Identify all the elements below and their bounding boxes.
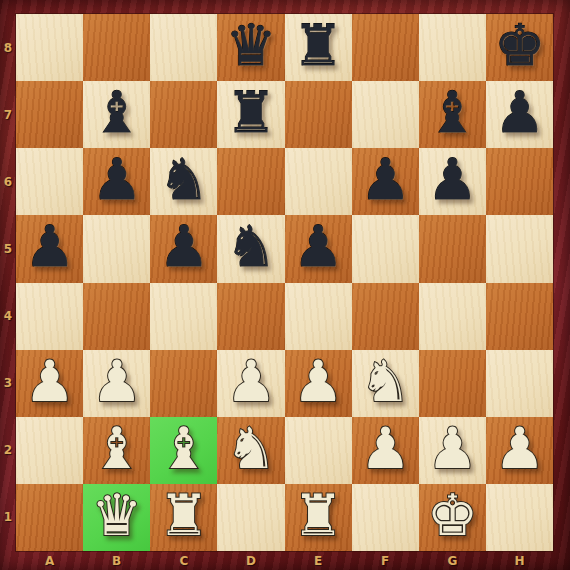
square-e5[interactable]: ♟: [285, 215, 352, 282]
square-b1[interactable]: ♛: [83, 484, 150, 551]
square-c3[interactable]: [150, 350, 217, 417]
rank-label-7: 7: [0, 81, 16, 148]
chess-board-frame: 87654321 ♛♜♚♝♜♝♟♟♞♟♟♟♟♞♟♟♟♟♟♞♝♝♞♟♟♟♛♜♜♚ …: [0, 0, 570, 570]
square-f1[interactable]: [352, 484, 419, 551]
square-c1[interactable]: ♜: [150, 484, 217, 551]
piece-white-knight-d2[interactable]: ♞: [225, 420, 276, 477]
piece-black-pawn-h7[interactable]: ♟: [494, 84, 545, 141]
square-c8[interactable]: [150, 14, 217, 81]
square-a7[interactable]: [16, 81, 83, 148]
square-c7[interactable]: [150, 81, 217, 148]
square-g3[interactable]: [419, 350, 486, 417]
piece-white-pawn-b3[interactable]: ♟: [91, 353, 142, 410]
square-h2[interactable]: ♟: [486, 417, 553, 484]
file-label-a: A: [16, 551, 83, 570]
square-d7[interactable]: ♜: [217, 81, 284, 148]
square-h1[interactable]: [486, 484, 553, 551]
square-h7[interactable]: ♟: [486, 81, 553, 148]
square-d2[interactable]: ♞: [217, 417, 284, 484]
square-g5[interactable]: [419, 215, 486, 282]
file-label-c: C: [150, 551, 217, 570]
square-e3[interactable]: ♟: [285, 350, 352, 417]
square-g1[interactable]: ♚: [419, 484, 486, 551]
piece-black-rook-e8[interactable]: ♜: [293, 17, 344, 74]
square-b7[interactable]: ♝: [83, 81, 150, 148]
square-b8[interactable]: [83, 14, 150, 81]
square-b5[interactable]: [83, 215, 150, 282]
square-d3[interactable]: ♟: [217, 350, 284, 417]
square-g4[interactable]: [419, 283, 486, 350]
square-d6[interactable]: [217, 148, 284, 215]
piece-black-king-h8[interactable]: ♚: [494, 17, 545, 74]
piece-white-pawn-f2[interactable]: ♟: [360, 420, 411, 477]
square-a2[interactable]: [16, 417, 83, 484]
square-a8[interactable]: [16, 14, 83, 81]
square-h5[interactable]: [486, 215, 553, 282]
piece-white-rook-e1[interactable]: ♜: [293, 487, 344, 544]
rank-label-6: 6: [0, 148, 16, 215]
rank-label-5: 5: [0, 215, 16, 282]
piece-white-bishop-c2[interactable]: ♝: [158, 420, 209, 477]
rank-labels: 87654321: [0, 14, 16, 551]
piece-white-pawn-e3[interactable]: ♟: [293, 353, 344, 410]
file-label-h: H: [486, 551, 553, 570]
file-label-b: B: [83, 551, 150, 570]
square-f7[interactable]: [352, 81, 419, 148]
piece-white-pawn-h2[interactable]: ♟: [494, 420, 545, 477]
piece-black-knight-c6[interactable]: ♞: [158, 151, 209, 208]
square-f6[interactable]: ♟: [352, 148, 419, 215]
square-f4[interactable]: [352, 283, 419, 350]
piece-white-pawn-d3[interactable]: ♟: [225, 353, 276, 410]
square-e8[interactable]: ♜: [285, 14, 352, 81]
piece-black-pawn-f6[interactable]: ♟: [360, 151, 411, 208]
square-c5[interactable]: ♟: [150, 215, 217, 282]
piece-white-queen-b1[interactable]: ♛: [91, 487, 142, 544]
square-h8[interactable]: ♚: [486, 14, 553, 81]
square-g2[interactable]: ♟: [419, 417, 486, 484]
square-e6[interactable]: [285, 148, 352, 215]
piece-white-pawn-g2[interactable]: ♟: [427, 420, 478, 477]
rank-label-3: 3: [0, 350, 16, 417]
piece-black-bishop-g7[interactable]: ♝: [427, 84, 478, 141]
square-f5[interactable]: [352, 215, 419, 282]
square-a5[interactable]: ♟: [16, 215, 83, 282]
piece-black-pawn-e5[interactable]: ♟: [293, 218, 344, 275]
file-label-e: E: [285, 551, 352, 570]
rank-label-4: 4: [0, 283, 16, 350]
square-c2[interactable]: ♝: [150, 417, 217, 484]
square-a6[interactable]: [16, 148, 83, 215]
piece-white-king-g1[interactable]: ♚: [427, 487, 478, 544]
file-label-f: F: [352, 551, 419, 570]
piece-black-rook-d7[interactable]: ♜: [225, 84, 276, 141]
square-h6[interactable]: [486, 148, 553, 215]
square-d8[interactable]: ♛: [217, 14, 284, 81]
square-a4[interactable]: [16, 283, 83, 350]
square-f8[interactable]: [352, 14, 419, 81]
piece-black-bishop-b7[interactable]: ♝: [91, 84, 142, 141]
file-label-d: D: [217, 551, 284, 570]
piece-white-pawn-a3[interactable]: ♟: [24, 353, 75, 410]
square-b4[interactable]: [83, 283, 150, 350]
square-a1[interactable]: [16, 484, 83, 551]
square-g6[interactable]: ♟: [419, 148, 486, 215]
square-h3[interactable]: [486, 350, 553, 417]
square-e7[interactable]: [285, 81, 352, 148]
square-f2[interactable]: ♟: [352, 417, 419, 484]
piece-black-pawn-c5[interactable]: ♟: [158, 218, 209, 275]
rank-label-2: 2: [0, 417, 16, 484]
piece-black-pawn-g6[interactable]: ♟: [427, 151, 478, 208]
file-label-g: G: [419, 551, 486, 570]
square-d5[interactable]: ♞: [217, 215, 284, 282]
piece-white-rook-c1[interactable]: ♜: [158, 487, 209, 544]
square-b2[interactable]: ♝: [83, 417, 150, 484]
piece-black-queen-d8[interactable]: ♛: [225, 17, 276, 74]
square-h4[interactable]: [486, 283, 553, 350]
square-a3[interactable]: ♟: [16, 350, 83, 417]
piece-black-pawn-a5[interactable]: ♟: [24, 218, 75, 275]
square-b3[interactable]: ♟: [83, 350, 150, 417]
square-g8[interactable]: [419, 14, 486, 81]
piece-white-bishop-b2[interactable]: ♝: [91, 420, 142, 477]
square-g7[interactable]: ♝: [419, 81, 486, 148]
square-d4[interactable]: [217, 283, 284, 350]
square-d1[interactable]: [217, 484, 284, 551]
square-f3[interactable]: ♞: [352, 350, 419, 417]
square-c6[interactable]: ♞: [150, 148, 217, 215]
square-b6[interactable]: ♟: [83, 148, 150, 215]
piece-black-pawn-b6[interactable]: ♟: [91, 151, 142, 208]
rank-label-8: 8: [0, 14, 16, 81]
square-e4[interactable]: [285, 283, 352, 350]
chess-board[interactable]: ♛♜♚♝♜♝♟♟♞♟♟♟♟♞♟♟♟♟♟♞♝♝♞♟♟♟♛♜♜♚: [16, 14, 553, 551]
square-e1[interactable]: ♜: [285, 484, 352, 551]
file-labels: ABCDEFGH: [16, 551, 553, 570]
piece-black-knight-d5[interactable]: ♞: [225, 218, 276, 275]
rank-label-1: 1: [0, 484, 16, 551]
square-e2[interactable]: [285, 417, 352, 484]
square-c4[interactable]: [150, 283, 217, 350]
piece-white-knight-f3[interactable]: ♞: [360, 353, 411, 410]
